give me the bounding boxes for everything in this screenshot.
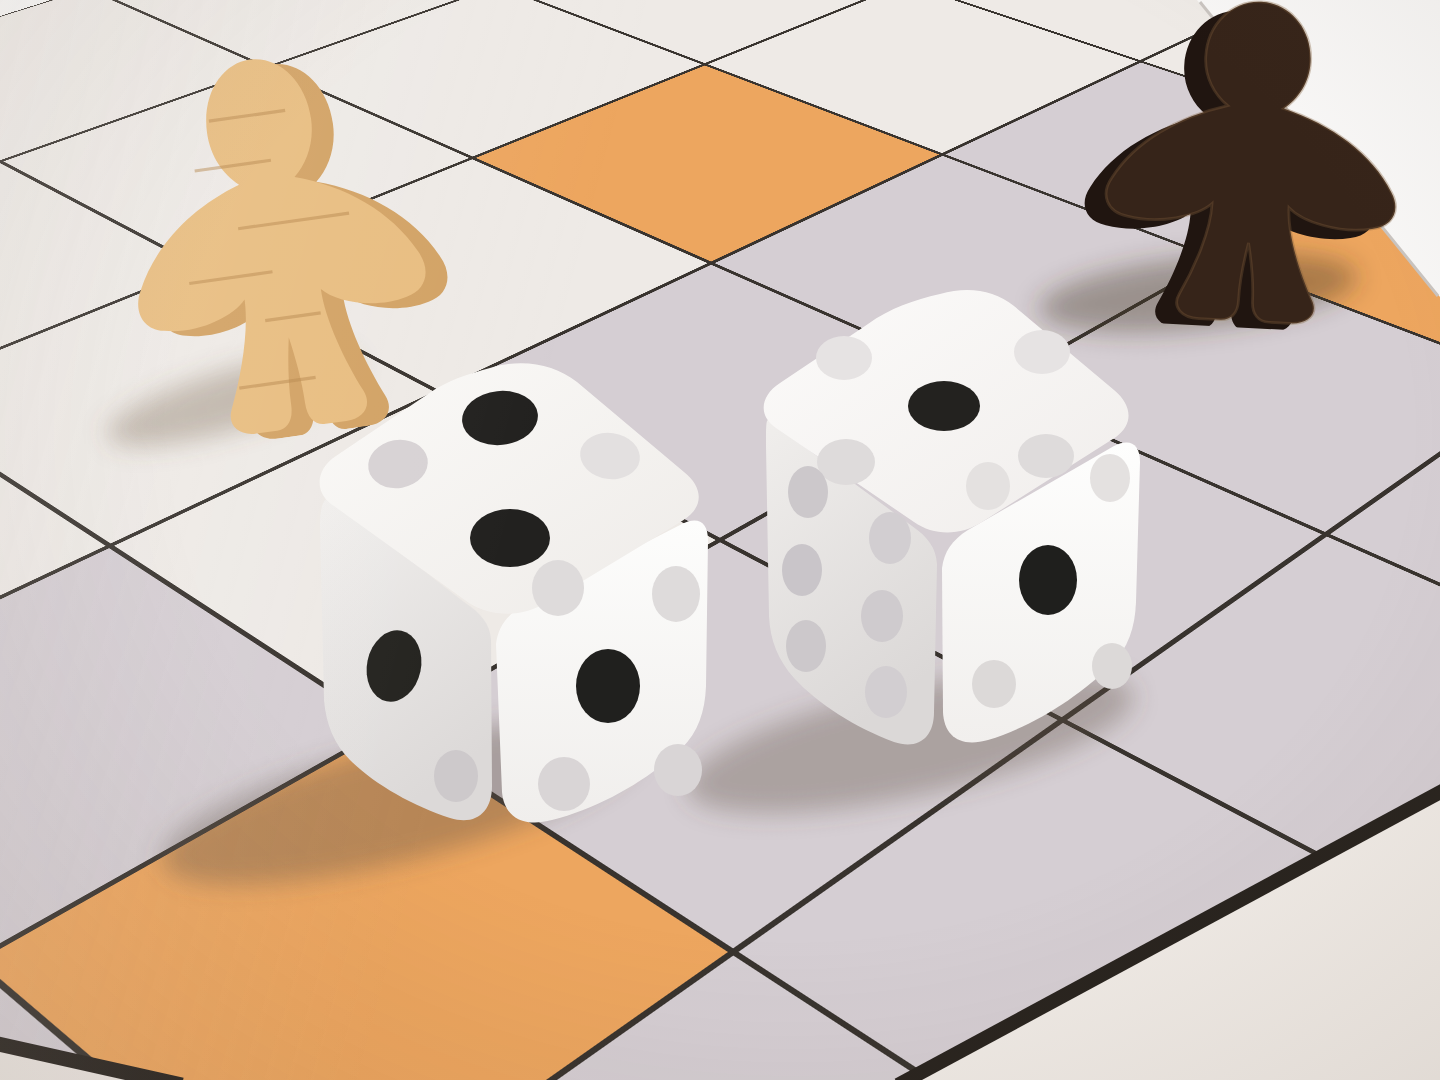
photo-scene: [0, 0, 1440, 1080]
game-board: [0, 0, 1440, 1080]
